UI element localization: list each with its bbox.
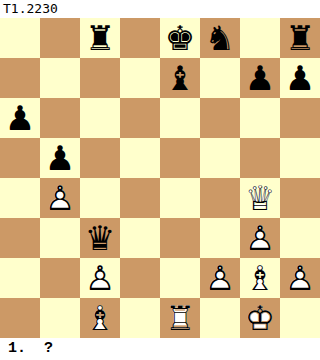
piece-black-pawn[interactable]: ♟ [280, 58, 320, 98]
square-e4[interactable] [160, 178, 200, 218]
square-a6[interactable]: ♟ [0, 98, 40, 138]
square-a7[interactable] [0, 58, 40, 98]
square-a1[interactable] [0, 298, 40, 338]
square-h5[interactable] [280, 138, 320, 178]
square-g1[interactable]: ♚♔ [240, 298, 280, 338]
square-e8[interactable]: ♚ [160, 18, 200, 58]
white-piece-outline: ♙ [280, 258, 320, 298]
square-d6[interactable] [120, 98, 160, 138]
piece-white-queen[interactable]: ♛♕ [240, 178, 280, 218]
square-b3[interactable] [40, 218, 80, 258]
square-a5[interactable] [0, 138, 40, 178]
square-g2[interactable]: ♝♗ [240, 258, 280, 298]
square-h1[interactable] [280, 298, 320, 338]
black-piece-glyph: ♟ [0, 98, 40, 138]
square-c1[interactable]: ♝♗ [80, 298, 120, 338]
black-piece-glyph: ♜ [80, 18, 120, 58]
square-f4[interactable] [200, 178, 240, 218]
piece-white-pawn[interactable]: ♟♙ [80, 258, 120, 298]
square-h2[interactable]: ♟♙ [280, 258, 320, 298]
square-g7[interactable]: ♟ [240, 58, 280, 98]
square-f2[interactable]: ♟♙ [200, 258, 240, 298]
piece-black-pawn[interactable]: ♟ [0, 98, 40, 138]
black-piece-glyph: ♚ [160, 18, 200, 58]
square-a2[interactable] [0, 258, 40, 298]
move-prompt: 1. ? [0, 338, 320, 360]
square-b7[interactable] [40, 58, 80, 98]
white-piece-outline: ♙ [40, 178, 80, 218]
piece-white-bishop[interactable]: ♝♗ [240, 258, 280, 298]
chess-puzzle-window: T1.2230 ♜♚♞♜♝♟♟♟♟♟♙♛♕♛♟♙♟♙♟♙♝♗♟♙♝♗♜♖♚♔ 1… [0, 0, 320, 360]
square-c2[interactable]: ♟♙ [80, 258, 120, 298]
square-b2[interactable] [40, 258, 80, 298]
black-piece-glyph: ♛ [80, 218, 120, 258]
black-piece-glyph: ♝ [160, 58, 200, 98]
piece-white-pawn[interactable]: ♟♙ [240, 218, 280, 258]
piece-white-pawn[interactable]: ♟♙ [280, 258, 320, 298]
square-b4[interactable]: ♟♙ [40, 178, 80, 218]
piece-black-rook[interactable]: ♜ [280, 18, 320, 58]
square-c5[interactable] [80, 138, 120, 178]
square-b8[interactable] [40, 18, 80, 58]
white-piece-outline: ♕ [240, 178, 280, 218]
square-c8[interactable]: ♜ [80, 18, 120, 58]
piece-black-pawn[interactable]: ♟ [240, 58, 280, 98]
piece-black-rook[interactable]: ♜ [80, 18, 120, 58]
piece-white-pawn[interactable]: ♟♙ [200, 258, 240, 298]
square-b1[interactable] [40, 298, 80, 338]
square-b6[interactable] [40, 98, 80, 138]
square-f1[interactable] [200, 298, 240, 338]
square-b5[interactable]: ♟ [40, 138, 80, 178]
piece-black-bishop[interactable]: ♝ [160, 58, 200, 98]
piece-black-pawn[interactable]: ♟ [40, 138, 80, 178]
square-f3[interactable] [200, 218, 240, 258]
square-h7[interactable]: ♟ [280, 58, 320, 98]
black-piece-glyph: ♟ [280, 58, 320, 98]
white-piece-outline: ♙ [80, 258, 120, 298]
square-g5[interactable] [240, 138, 280, 178]
white-piece-outline: ♗ [240, 258, 280, 298]
square-g3[interactable]: ♟♙ [240, 218, 280, 258]
square-a8[interactable] [0, 18, 40, 58]
white-piece-outline: ♔ [240, 298, 280, 338]
puzzle-id: T1.2230 [0, 0, 320, 18]
square-f7[interactable] [200, 58, 240, 98]
square-f5[interactable] [200, 138, 240, 178]
square-h6[interactable] [280, 98, 320, 138]
square-d3[interactable] [120, 218, 160, 258]
square-f8[interactable]: ♞ [200, 18, 240, 58]
square-a4[interactable] [0, 178, 40, 218]
square-g4[interactable]: ♛♕ [240, 178, 280, 218]
square-f6[interactable] [200, 98, 240, 138]
square-e1[interactable]: ♜♖ [160, 298, 200, 338]
square-e6[interactable] [160, 98, 200, 138]
piece-white-king[interactable]: ♚♔ [240, 298, 280, 338]
square-e7[interactable]: ♝ [160, 58, 200, 98]
black-piece-glyph: ♟ [240, 58, 280, 98]
square-c6[interactable] [80, 98, 120, 138]
square-g8[interactable] [240, 18, 280, 58]
square-d1[interactable] [120, 298, 160, 338]
piece-black-king[interactable]: ♚ [160, 18, 200, 58]
square-g6[interactable] [240, 98, 280, 138]
piece-black-queen[interactable]: ♛ [80, 218, 120, 258]
black-piece-glyph: ♞ [200, 18, 240, 58]
square-a3[interactable] [0, 218, 40, 258]
black-piece-glyph: ♜ [280, 18, 320, 58]
square-d7[interactable] [120, 58, 160, 98]
piece-white-pawn[interactable]: ♟♙ [40, 178, 80, 218]
piece-white-bishop[interactable]: ♝♗ [80, 298, 120, 338]
square-h8[interactable]: ♜ [280, 18, 320, 58]
piece-black-knight[interactable]: ♞ [200, 18, 240, 58]
white-piece-outline: ♙ [240, 218, 280, 258]
square-d5[interactable] [120, 138, 160, 178]
square-e5[interactable] [160, 138, 200, 178]
piece-white-rook[interactable]: ♜♖ [160, 298, 200, 338]
square-h4[interactable] [280, 178, 320, 218]
square-c3[interactable]: ♛ [80, 218, 120, 258]
square-c7[interactable] [80, 58, 120, 98]
square-d4[interactable] [120, 178, 160, 218]
white-piece-outline: ♗ [80, 298, 120, 338]
square-d2[interactable] [120, 258, 160, 298]
square-d8[interactable] [120, 18, 160, 58]
white-piece-outline: ♖ [160, 298, 200, 338]
square-h3[interactable] [280, 218, 320, 258]
chess-board[interactable]: ♜♚♞♜♝♟♟♟♟♟♙♛♕♛♟♙♟♙♟♙♝♗♟♙♝♗♜♖♚♔ [0, 18, 320, 338]
white-piece-outline: ♙ [200, 258, 240, 298]
square-c4[interactable] [80, 178, 120, 218]
square-e3[interactable] [160, 218, 200, 258]
square-e2[interactable] [160, 258, 200, 298]
black-piece-glyph: ♟ [40, 138, 80, 178]
